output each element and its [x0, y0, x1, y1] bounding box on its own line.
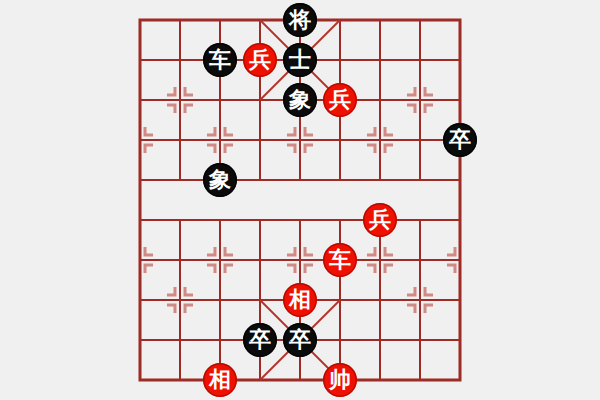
piece-black-soldier-a[interactable]: 卒: [443, 123, 477, 157]
piece-red-chariot[interactable]: 车: [323, 243, 357, 277]
piece-red-elephant-b[interactable]: 相: [203, 363, 237, 397]
piece-black-elephant-a[interactable]: 象: [283, 83, 317, 117]
pieces-layer[interactable]: 将车兵士象兵卒象兵车相卒卒相帅: [120, 0, 480, 400]
piece-red-general[interactable]: 帅: [323, 363, 357, 397]
piece-red-elephant-a[interactable]: 相: [283, 283, 317, 317]
piece-black-advisor[interactable]: 士: [283, 43, 317, 77]
piece-red-soldier-a[interactable]: 兵: [243, 43, 277, 77]
piece-black-chariot[interactable]: 车: [203, 43, 237, 77]
piece-black-soldier-b[interactable]: 卒: [243, 323, 277, 357]
piece-black-soldier-c[interactable]: 卒: [283, 323, 317, 357]
piece-black-general[interactable]: 将: [283, 3, 317, 37]
piece-black-elephant-b[interactable]: 象: [203, 163, 237, 197]
xiangqi-board: 将车兵士象兵卒象兵车相卒卒相帅: [0, 0, 600, 400]
piece-red-soldier-c[interactable]: 兵: [363, 203, 397, 237]
piece-red-soldier-b[interactable]: 兵: [323, 83, 357, 117]
